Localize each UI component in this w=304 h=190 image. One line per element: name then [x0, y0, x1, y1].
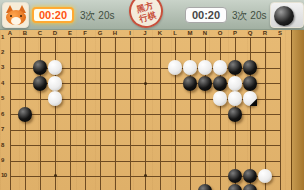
column-label: K	[153, 30, 168, 37]
column-label: I	[123, 30, 138, 37]
column-label: F	[78, 30, 93, 37]
last-move-marker-icon	[249, 98, 257, 106]
column-label: C	[33, 30, 48, 37]
star-point	[54, 174, 57, 177]
stone-Q4	[243, 76, 258, 91]
column-label: R	[258, 30, 273, 37]
go-board[interactable]: ABCDEFGHIJKLMNOPQRS12345678910	[0, 30, 304, 190]
left-byoyomi-label: 3次 20s	[80, 9, 114, 23]
row-label: 7	[1, 126, 9, 133]
stone-O3	[213, 60, 228, 75]
stone-M3	[183, 60, 198, 75]
star-point	[144, 174, 147, 177]
column-label: P	[228, 30, 243, 37]
stone-D4	[48, 76, 63, 91]
black-stone-avatar-icon	[274, 6, 294, 26]
stone-B6	[18, 107, 33, 122]
row-label: 6	[1, 111, 9, 118]
row-label: 5	[1, 95, 9, 102]
stone-Q10	[243, 169, 258, 184]
fox-avatar-icon	[3, 3, 28, 27]
grid-hline	[10, 161, 281, 162]
right-timer: 00:20	[185, 7, 227, 23]
star-point	[144, 82, 147, 85]
column-label: N	[198, 30, 213, 37]
grid-hline	[10, 130, 281, 131]
turn-indicator-seal: 黑方 行棋	[125, 0, 167, 32]
stone-P6	[228, 107, 243, 122]
left-player-avatar[interactable]	[2, 2, 29, 28]
status-bar: 00:20 3次 20s 黑方 行棋 00:20 3次 20s	[0, 0, 304, 30]
stone-N11	[198, 184, 213, 190]
stone-L3	[168, 60, 183, 75]
grid-hline	[10, 52, 281, 53]
stone-Q11	[243, 184, 258, 190]
go-app-screen: 00:20 3次 20s 黑方 行棋 00:20 3次 20s ABCDEFGH…	[0, 0, 304, 190]
left-timer: 00:20	[32, 7, 74, 23]
stone-R10	[258, 169, 273, 184]
stone-Q5	[243, 91, 258, 106]
stone-M4	[183, 76, 198, 91]
row-label: 9	[1, 157, 9, 164]
column-label: G	[93, 30, 108, 37]
stone-N4	[198, 76, 213, 91]
row-label: 4	[1, 80, 9, 87]
column-label: D	[48, 30, 63, 37]
stone-P11	[228, 184, 243, 190]
column-label: Q	[243, 30, 258, 37]
row-label: 8	[1, 142, 9, 149]
grid-hline	[10, 37, 281, 38]
stone-D3	[48, 60, 63, 75]
stone-C3	[33, 60, 48, 75]
column-label: H	[108, 30, 123, 37]
column-label: J	[138, 30, 153, 37]
stone-P5	[228, 91, 243, 106]
column-label: O	[213, 30, 228, 37]
stone-O4	[213, 76, 228, 91]
stone-N3	[198, 60, 213, 75]
column-label: L	[168, 30, 183, 37]
row-label: 3	[1, 64, 9, 71]
row-label: 10	[1, 172, 9, 179]
stone-P4	[228, 76, 243, 91]
row-label: 2	[1, 49, 9, 56]
column-label: M	[183, 30, 198, 37]
right-player-avatar[interactable]	[270, 2, 304, 28]
column-label: B	[18, 30, 33, 37]
stone-C4	[33, 76, 48, 91]
board-right-rim	[291, 30, 304, 190]
stone-P3	[228, 60, 243, 75]
grid-hline	[10, 145, 281, 146]
right-byoyomi-label: 3次 20s	[232, 9, 266, 23]
column-label: E	[63, 30, 78, 37]
row-label: 1	[1, 34, 9, 41]
stone-P10	[228, 169, 243, 184]
column-label: S	[273, 30, 288, 37]
stone-O5	[213, 91, 228, 106]
stone-Q3	[243, 60, 258, 75]
stone-D5	[48, 91, 63, 106]
